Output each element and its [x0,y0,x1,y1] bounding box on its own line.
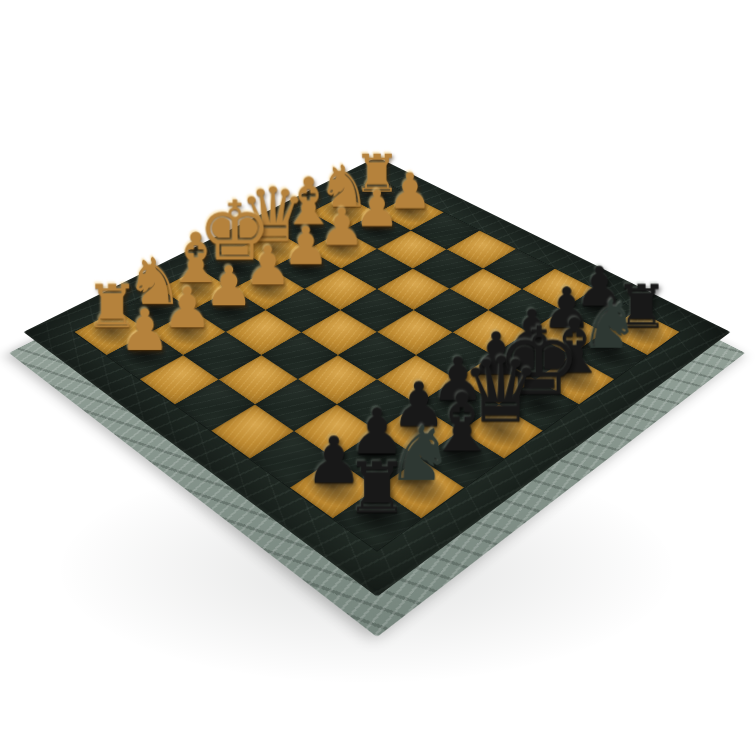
white-pawn-glyph: ♟ [83,302,206,359]
black-rook-glyph: ♜ [306,453,448,524]
product-photo-scene: ♜♟♟♜♞♟♟♞♝♟♟♝♛♟♟♚♚♟♟♛♝♟♟♝♞♟♟♞♜♟♟♜ [0,0,755,755]
chess-board: ♜♟♟♜♞♟♟♞♝♟♟♝♛♟♟♚♚♟♟♛♝♟♟♝♞♟♟♞♜♟♟♜ [23,157,730,597]
pieces-layer: ♜♟♟♜♞♟♟♞♝♟♟♝♛♟♟♚♚♟♟♛♝♟♟♝♞♟♟♞♜♟♟♜ [74,178,679,550]
